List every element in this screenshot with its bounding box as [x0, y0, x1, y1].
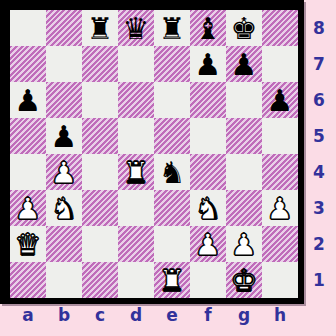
square-f3[interactable]: ♞ — [190, 190, 226, 226]
piece-white-pawn[interactable]: ♟ — [46, 154, 82, 190]
square-b2[interactable] — [46, 226, 82, 262]
piece-white-pawn[interactable]: ♟ — [262, 190, 298, 226]
square-b3[interactable]: ♞ — [46, 190, 82, 226]
square-h1[interactable] — [262, 262, 298, 298]
square-e7[interactable] — [154, 46, 190, 82]
file-labels: abcdefgh — [10, 305, 298, 333]
square-d8[interactable]: ♛ — [118, 10, 154, 46]
piece-white-king[interactable]: ♚ — [226, 262, 262, 298]
square-c3[interactable] — [82, 190, 118, 226]
piece-black-pawn[interactable]: ♟ — [190, 46, 226, 82]
piece-white-queen[interactable]: ♛ — [10, 226, 46, 262]
square-h3[interactable]: ♟ — [262, 190, 298, 226]
piece-black-rook[interactable]: ♜ — [82, 10, 118, 46]
square-d1[interactable] — [118, 262, 154, 298]
piece-black-pawn[interactable]: ♟ — [226, 46, 262, 82]
piece-white-knight[interactable]: ♞ — [190, 190, 226, 226]
square-c6[interactable] — [82, 82, 118, 118]
file-label-g: g — [226, 305, 262, 333]
square-e5[interactable] — [154, 118, 190, 154]
piece-black-king[interactable]: ♚ — [226, 10, 262, 46]
piece-black-pawn[interactable]: ♟ — [262, 82, 298, 118]
square-a7[interactable] — [10, 46, 46, 82]
chess-board: ♜♛♜♝♚♟♟♟♟♟♟♜♞♟♞♞♟♛♟♟♜♚ — [0, 0, 304, 304]
square-a3[interactable]: ♟ — [10, 190, 46, 226]
file-label-c: c — [82, 305, 118, 333]
square-g4[interactable] — [226, 154, 262, 190]
square-a1[interactable] — [10, 262, 46, 298]
piece-white-pawn[interactable]: ♟ — [226, 226, 262, 262]
square-a4[interactable] — [10, 154, 46, 190]
square-c5[interactable] — [82, 118, 118, 154]
square-d2[interactable] — [118, 226, 154, 262]
rank-label-8: 8 — [304, 10, 334, 46]
file-label-h: h — [262, 305, 298, 333]
square-c1[interactable] — [82, 262, 118, 298]
square-a6[interactable]: ♟ — [10, 82, 46, 118]
square-f6[interactable] — [190, 82, 226, 118]
square-c7[interactable] — [82, 46, 118, 82]
piece-black-knight[interactable]: ♞ — [154, 154, 190, 190]
rank-label-6: 6 — [304, 82, 334, 118]
rank-label-7: 7 — [304, 46, 334, 82]
piece-white-pawn[interactable]: ♟ — [190, 226, 226, 262]
rank-label-2: 2 — [304, 226, 334, 262]
square-b6[interactable] — [46, 82, 82, 118]
piece-black-bishop[interactable]: ♝ — [190, 10, 226, 46]
square-e3[interactable] — [154, 190, 190, 226]
square-d4[interactable]: ♜ — [118, 154, 154, 190]
square-c8[interactable]: ♜ — [82, 10, 118, 46]
rank-label-1: 1 — [304, 262, 334, 298]
file-label-d: d — [118, 305, 154, 333]
square-b4[interactable]: ♟ — [46, 154, 82, 190]
square-a5[interactable] — [10, 118, 46, 154]
square-g3[interactable] — [226, 190, 262, 226]
square-b7[interactable] — [46, 46, 82, 82]
rank-label-3: 3 — [304, 190, 334, 226]
square-e8[interactable]: ♜ — [154, 10, 190, 46]
square-g5[interactable] — [226, 118, 262, 154]
square-f4[interactable] — [190, 154, 226, 190]
square-g2[interactable]: ♟ — [226, 226, 262, 262]
square-d3[interactable] — [118, 190, 154, 226]
square-e4[interactable]: ♞ — [154, 154, 190, 190]
square-e1[interactable]: ♜ — [154, 262, 190, 298]
rank-labels: 87654321 — [304, 10, 334, 298]
square-h2[interactable] — [262, 226, 298, 262]
piece-white-rook[interactable]: ♜ — [154, 262, 190, 298]
square-g7[interactable]: ♟ — [226, 46, 262, 82]
square-d5[interactable] — [118, 118, 154, 154]
file-label-e: e — [154, 305, 190, 333]
square-b8[interactable] — [46, 10, 82, 46]
square-g6[interactable] — [226, 82, 262, 118]
file-label-a: a — [10, 305, 46, 333]
square-f8[interactable]: ♝ — [190, 10, 226, 46]
square-g8[interactable]: ♚ — [226, 10, 262, 46]
square-h7[interactable] — [262, 46, 298, 82]
square-h6[interactable]: ♟ — [262, 82, 298, 118]
chess-diagram: ♜♛♜♝♚♟♟♟♟♟♟♜♞♟♞♞♟♛♟♟♜♚ abcdefgh 87654321 — [0, 0, 336, 336]
piece-white-knight[interactable]: ♞ — [46, 190, 82, 226]
square-d6[interactable] — [118, 82, 154, 118]
square-e2[interactable] — [154, 226, 190, 262]
piece-black-rook[interactable]: ♜ — [154, 10, 190, 46]
file-label-b: b — [46, 305, 82, 333]
square-f7[interactable]: ♟ — [190, 46, 226, 82]
square-f1[interactable] — [190, 262, 226, 298]
square-f5[interactable] — [190, 118, 226, 154]
square-g1[interactable]: ♚ — [226, 262, 262, 298]
square-d7[interactable] — [118, 46, 154, 82]
square-b1[interactable] — [46, 262, 82, 298]
piece-black-pawn[interactable]: ♟ — [46, 118, 82, 154]
square-a2[interactable]: ♛ — [10, 226, 46, 262]
piece-black-queen[interactable]: ♛ — [118, 10, 154, 46]
square-a8[interactable] — [10, 10, 46, 46]
rank-label-5: 5 — [304, 118, 334, 154]
square-h8[interactable] — [262, 10, 298, 46]
file-label-f: f — [190, 305, 226, 333]
piece-white-rook[interactable]: ♜ — [118, 154, 154, 190]
square-h4[interactable] — [262, 154, 298, 190]
piece-white-pawn[interactable]: ♟ — [10, 190, 46, 226]
piece-black-pawn[interactable]: ♟ — [10, 82, 46, 118]
square-b5[interactable]: ♟ — [46, 118, 82, 154]
square-c4[interactable] — [82, 154, 118, 190]
square-h5[interactable] — [262, 118, 298, 154]
square-e6[interactable] — [154, 82, 190, 118]
rank-label-4: 4 — [304, 154, 334, 190]
square-f2[interactable]: ♟ — [190, 226, 226, 262]
square-c2[interactable] — [82, 226, 118, 262]
